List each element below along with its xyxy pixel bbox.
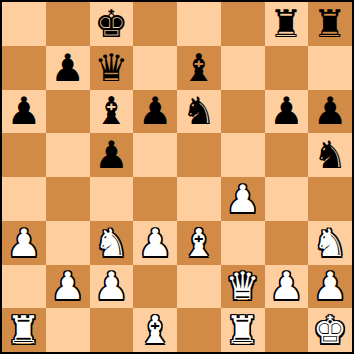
black-queen-icon[interactable]: ♛	[94, 49, 128, 87]
square-d2[interactable]	[133, 265, 177, 309]
square-b1[interactable]	[46, 308, 90, 352]
square-c7[interactable]: ♛	[90, 46, 134, 90]
black-king-icon[interactable]: ♚	[94, 5, 128, 43]
square-c5[interactable]: ♟	[90, 133, 134, 177]
square-d4[interactable]	[133, 177, 177, 221]
square-a4[interactable]	[2, 177, 46, 221]
black-pawn-icon[interactable]: ♟	[313, 92, 347, 130]
square-c1[interactable]	[90, 308, 134, 352]
square-a7[interactable]	[2, 46, 46, 90]
square-d1[interactable]: ♝	[133, 308, 177, 352]
black-pawn-icon[interactable]: ♟	[51, 49, 85, 87]
black-pawn-icon[interactable]: ♟	[7, 92, 41, 130]
square-e3[interactable]: ♝	[177, 221, 221, 265]
square-h5[interactable]: ♞	[308, 133, 352, 177]
square-g5[interactable]	[265, 133, 309, 177]
white-bishop-icon[interactable]: ♝	[182, 224, 216, 262]
square-g4[interactable]	[265, 177, 309, 221]
black-pawn-icon[interactable]: ♟	[138, 92, 172, 130]
square-d3[interactable]: ♟	[133, 221, 177, 265]
square-f2[interactable]: ♛	[221, 265, 265, 309]
white-pawn-icon[interactable]: ♟	[226, 180, 260, 218]
square-b8[interactable]	[46, 2, 90, 46]
chess-board-frame: ♚♜♜♟♛♝♟♝♟♞♟♟♟♞♟♟♞♟♝♞♟♟♛♟♟♜♝♜♚	[0, 0, 354, 354]
square-c3[interactable]: ♞	[90, 221, 134, 265]
square-e8[interactable]	[177, 2, 221, 46]
square-a5[interactable]	[2, 133, 46, 177]
white-queen-icon[interactable]: ♛	[226, 267, 260, 305]
white-pawn-icon[interactable]: ♟	[94, 267, 128, 305]
square-g1[interactable]	[265, 308, 309, 352]
black-rook-icon[interactable]: ♜	[313, 5, 347, 43]
white-pawn-icon[interactable]: ♟	[313, 267, 347, 305]
square-e7[interactable]: ♝	[177, 46, 221, 90]
square-c8[interactable]: ♚	[90, 2, 134, 46]
square-d8[interactable]	[133, 2, 177, 46]
black-bishop-icon[interactable]: ♝	[94, 92, 128, 130]
black-rook-icon[interactable]: ♜	[269, 5, 303, 43]
square-h1[interactable]: ♚	[308, 308, 352, 352]
square-f8[interactable]	[221, 2, 265, 46]
square-c4[interactable]	[90, 177, 134, 221]
black-pawn-icon[interactable]: ♟	[94, 136, 128, 174]
square-g8[interactable]: ♜	[265, 2, 309, 46]
chess-board: ♚♜♜♟♛♝♟♝♟♞♟♟♟♞♟♟♞♟♝♞♟♟♛♟♟♜♝♜♚	[2, 2, 352, 352]
square-d5[interactable]	[133, 133, 177, 177]
black-pawn-icon[interactable]: ♟	[269, 92, 303, 130]
square-c2[interactable]: ♟	[90, 265, 134, 309]
square-h3[interactable]: ♞	[308, 221, 352, 265]
square-a1[interactable]: ♜	[2, 308, 46, 352]
square-a8[interactable]	[2, 2, 46, 46]
square-g6[interactable]: ♟	[265, 90, 309, 134]
square-b4[interactable]	[46, 177, 90, 221]
black-knight-icon[interactable]: ♞	[313, 136, 347, 174]
square-b7[interactable]: ♟	[46, 46, 90, 90]
square-g2[interactable]: ♟	[265, 265, 309, 309]
white-knight-icon[interactable]: ♞	[94, 224, 128, 262]
square-h2[interactable]: ♟	[308, 265, 352, 309]
black-knight-icon[interactable]: ♞	[182, 92, 216, 130]
square-d7[interactable]	[133, 46, 177, 90]
square-e6[interactable]: ♞	[177, 90, 221, 134]
square-h6[interactable]: ♟	[308, 90, 352, 134]
square-a6[interactable]: ♟	[2, 90, 46, 134]
square-b3[interactable]	[46, 221, 90, 265]
square-e4[interactable]	[177, 177, 221, 221]
black-bishop-icon[interactable]: ♝	[182, 49, 216, 87]
square-h4[interactable]	[308, 177, 352, 221]
white-rook-icon[interactable]: ♜	[7, 311, 41, 349]
square-f4[interactable]: ♟	[221, 177, 265, 221]
white-king-icon[interactable]: ♚	[313, 311, 347, 349]
square-g3[interactable]	[265, 221, 309, 265]
white-pawn-icon[interactable]: ♟	[51, 267, 85, 305]
white-rook-icon[interactable]: ♜	[226, 311, 260, 349]
square-f6[interactable]	[221, 90, 265, 134]
square-c6[interactable]: ♝	[90, 90, 134, 134]
square-f3[interactable]	[221, 221, 265, 265]
square-b5[interactable]	[46, 133, 90, 177]
white-pawn-icon[interactable]: ♟	[7, 224, 41, 262]
white-pawn-icon[interactable]: ♟	[269, 267, 303, 305]
square-g7[interactable]	[265, 46, 309, 90]
white-knight-icon[interactable]: ♞	[313, 224, 347, 262]
square-h7[interactable]	[308, 46, 352, 90]
square-a3[interactable]: ♟	[2, 221, 46, 265]
square-h8[interactable]: ♜	[308, 2, 352, 46]
square-f7[interactable]	[221, 46, 265, 90]
white-bishop-icon[interactable]: ♝	[138, 311, 172, 349]
white-pawn-icon[interactable]: ♟	[138, 224, 172, 262]
square-e2[interactable]	[177, 265, 221, 309]
square-f1[interactable]: ♜	[221, 308, 265, 352]
square-a2[interactable]	[2, 265, 46, 309]
square-e1[interactable]	[177, 308, 221, 352]
square-d6[interactable]: ♟	[133, 90, 177, 134]
square-f5[interactable]	[221, 133, 265, 177]
square-b6[interactable]	[46, 90, 90, 134]
square-e5[interactable]	[177, 133, 221, 177]
square-b2[interactable]: ♟	[46, 265, 90, 309]
